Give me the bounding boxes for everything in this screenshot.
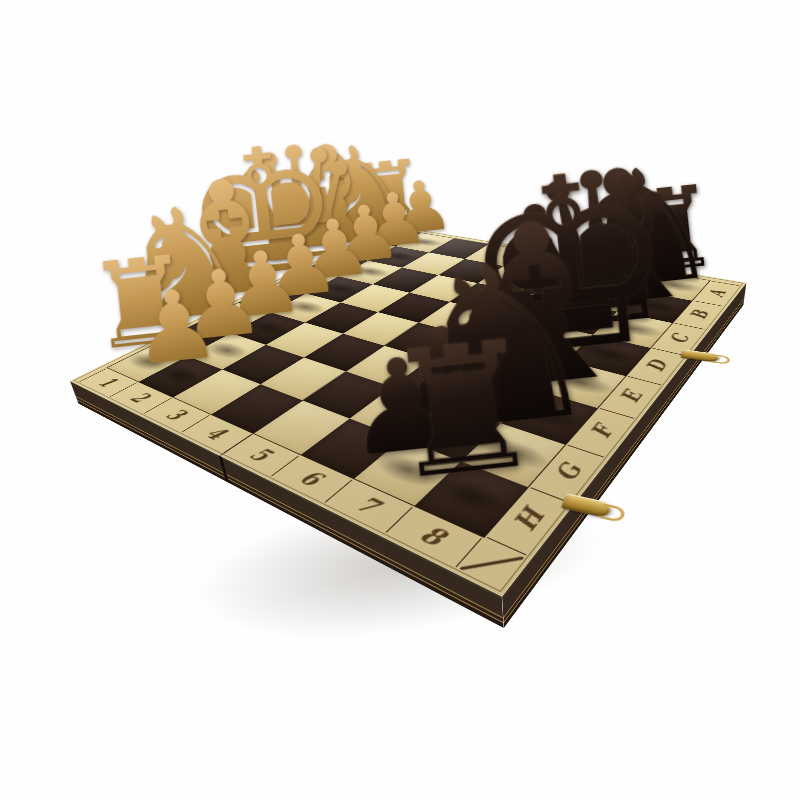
file-label-text: H <box>505 504 553 535</box>
chess-board: 12345678 ABCDEFGH ♜♟♞♟♝♟♛♟♚♟♝♟♟♜♞♟♟♞♜♟♟♝… <box>70 225 746 597</box>
rank-label-text: 3 <box>160 405 193 423</box>
pieces-layer: ♜♟♞♟♝♟♛♟♚♟♝♟♟♜♞♟♟♞♜♟♟♝♟♛♟♚♟♝♟♞♟♜ <box>108 228 710 537</box>
rank-label-text: 8 <box>413 520 453 552</box>
camera-tilt: 12345678 ABCDEFGH ♜♟♞♟♝♟♛♟♚♟♝♟♟♜♞♟♟♞♜♟♟♝… <box>0 0 800 800</box>
photo-scene: 12345678 ABCDEFGH ♜♟♞♟♝♟♛♟♚♟♝♟♟♜♞♟♟♞♜♟♟♝… <box>0 0 800 800</box>
rank-label-text: 2 <box>124 389 156 406</box>
rank-label-text: 4 <box>199 423 233 443</box>
black-rook-glyph: ♜ <box>277 304 649 515</box>
